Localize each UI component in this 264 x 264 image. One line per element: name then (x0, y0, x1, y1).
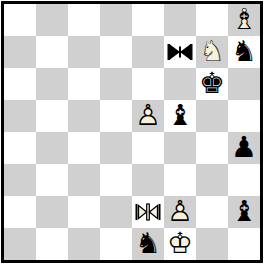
square-g8[interactable] (196, 4, 228, 36)
square-h5[interactable] (228, 100, 260, 132)
black-bishop-piece: ♝ (164, 100, 196, 132)
chess-board: ♝♗♞♘♞♚♟♙♝♟♟♙♝♞♚♔ (4, 4, 260, 260)
square-c8[interactable] (68, 4, 100, 36)
square-d2[interactable] (100, 196, 132, 228)
square-g1[interactable] (196, 228, 228, 260)
square-d3[interactable] (100, 164, 132, 196)
square-d4[interactable] (100, 132, 132, 164)
square-c1[interactable] (68, 228, 100, 260)
square-c6[interactable] (68, 68, 100, 100)
square-g4[interactable] (196, 132, 228, 164)
square-a2[interactable] (4, 196, 36, 228)
square-e1[interactable]: ♞ (132, 228, 164, 260)
square-h8[interactable]: ♝♗ (228, 4, 260, 36)
square-b6[interactable] (36, 68, 68, 100)
square-h2[interactable]: ♝ (228, 196, 260, 228)
square-a5[interactable] (4, 100, 36, 132)
square-d7[interactable] (100, 36, 132, 68)
square-a8[interactable] (4, 4, 36, 36)
square-h1[interactable] (228, 228, 260, 260)
square-a4[interactable] (4, 132, 36, 164)
square-f1[interactable]: ♚♔ (164, 228, 196, 260)
white-king-piece: ♔ (164, 228, 196, 260)
black-knight-piece: ♞ (132, 228, 164, 260)
square-h3[interactable] (228, 164, 260, 196)
square-e8[interactable] (132, 4, 164, 36)
white-pawn-piece-fill: ♟ (164, 196, 196, 228)
square-c5[interactable] (68, 100, 100, 132)
black-bishop-piece: ♝ (228, 196, 260, 228)
square-a7[interactable] (4, 36, 36, 68)
black-fairy-bowtie-piece (164, 36, 196, 68)
square-f6[interactable] (164, 68, 196, 100)
white-pawn-piece: ♙ (164, 196, 196, 228)
white-knight-piece: ♘ (196, 36, 228, 68)
black-king-piece: ♚ (196, 68, 228, 100)
square-g6[interactable]: ♚ (196, 68, 228, 100)
square-d8[interactable] (100, 4, 132, 36)
square-e4[interactable] (132, 132, 164, 164)
square-c3[interactable] (68, 164, 100, 196)
square-c2[interactable] (68, 196, 100, 228)
white-king-piece-fill: ♚ (164, 228, 196, 260)
white-bishop-piece: ♗ (228, 4, 260, 36)
square-c7[interactable] (68, 36, 100, 68)
square-e3[interactable] (132, 164, 164, 196)
square-c4[interactable] (68, 132, 100, 164)
square-h6[interactable] (228, 68, 260, 100)
black-pawn-piece: ♟ (228, 132, 260, 164)
square-b2[interactable] (36, 196, 68, 228)
square-b4[interactable] (36, 132, 68, 164)
square-g3[interactable] (196, 164, 228, 196)
square-b5[interactable] (36, 100, 68, 132)
square-f4[interactable] (164, 132, 196, 164)
white-pawn-piece: ♙ (132, 100, 164, 132)
square-f3[interactable] (164, 164, 196, 196)
square-a1[interactable] (4, 228, 36, 260)
square-e7[interactable] (132, 36, 164, 68)
black-knight-piece: ♞ (228, 36, 260, 68)
square-g7[interactable]: ♞♘ (196, 36, 228, 68)
square-b3[interactable] (36, 164, 68, 196)
square-d6[interactable] (100, 68, 132, 100)
white-bishop-piece-fill: ♝ (228, 4, 260, 36)
square-h7[interactable]: ♞ (228, 36, 260, 68)
board-border: ♝♗♞♘♞♚♟♙♝♟♟♙♝♞♚♔ (1, 1, 263, 263)
white-knight-piece-fill: ♞ (196, 36, 228, 68)
square-b1[interactable] (36, 228, 68, 260)
square-d1[interactable] (100, 228, 132, 260)
square-f2[interactable]: ♟♙ (164, 196, 196, 228)
square-a3[interactable] (4, 164, 36, 196)
square-a6[interactable] (4, 68, 36, 100)
white-fairy-bowtie-piece (132, 196, 164, 228)
square-g5[interactable] (196, 100, 228, 132)
square-f5[interactable]: ♝ (164, 100, 196, 132)
square-b8[interactable] (36, 4, 68, 36)
square-e5[interactable]: ♟♙ (132, 100, 164, 132)
square-d5[interactable] (100, 100, 132, 132)
square-g2[interactable] (196, 196, 228, 228)
square-f8[interactable] (164, 4, 196, 36)
square-f7[interactable] (164, 36, 196, 68)
square-b7[interactable] (36, 36, 68, 68)
square-e6[interactable] (132, 68, 164, 100)
square-e2[interactable] (132, 196, 164, 228)
square-h4[interactable]: ♟ (228, 132, 260, 164)
white-pawn-piece-fill: ♟ (132, 100, 164, 132)
